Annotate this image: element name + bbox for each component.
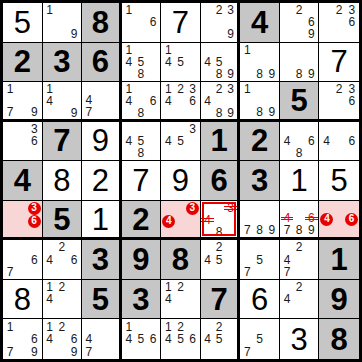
cell-r2c1[interactable]: 2: [3, 43, 43, 83]
pencil-mark: 4: [44, 293, 56, 305]
pencil-mark: 8: [293, 224, 305, 236]
pencil-mark: 1: [241, 83, 253, 95]
cell-r3c5[interactable]: 12346: [161, 82, 201, 122]
cell-r5c4[interactable]: 7: [122, 161, 162, 201]
pencil-marks: 12346: [162, 83, 199, 118]
solved-digit: 5: [14, 7, 31, 38]
solved-digit: 3: [291, 324, 308, 355]
pencil-marks: 468: [281, 123, 318, 160]
given-digit: 8: [92, 7, 109, 38]
pencil-marks: 34: [162, 202, 199, 237]
solved-digit: 2: [92, 165, 109, 196]
cell-r2c9[interactable]: 7: [319, 43, 359, 83]
pencil-marks: 345: [162, 123, 199, 160]
pencil-mark: 4: [320, 135, 333, 147]
cell-r5c5[interactable]: 9: [161, 161, 201, 201]
pencil-mark: 4: [44, 254, 56, 266]
given-digit: 5: [53, 204, 70, 235]
pencil-mark: 1: [162, 44, 174, 56]
cell-r8c4[interactable]: 3: [122, 280, 162, 320]
circled-candidate: 6: [345, 213, 358, 226]
pencil-marks: 348: [202, 202, 237, 237]
given-digit: 2: [14, 46, 31, 77]
cell-r9c9[interactable]: 8: [319, 319, 359, 359]
pencil-marks: 236: [320, 83, 358, 118]
solved-digit: 1: [291, 165, 308, 196]
cell-r6c1[interactable]: 36: [3, 201, 43, 241]
cell-r7c4[interactable]: 9: [122, 240, 162, 280]
pencil-marks: 1458: [123, 44, 160, 81]
cell-r9c6[interactable]: 245: [201, 319, 241, 359]
pencil-mark: 2: [293, 241, 305, 253]
pencil-mark: 3: [225, 83, 237, 95]
pencil-mark: 9: [305, 28, 317, 40]
pencil-mark: 7: [4, 266, 16, 278]
cell-r5c2[interactable]: 8: [43, 161, 83, 201]
pencil-mark: 2: [213, 4, 225, 16]
pencil-marks: 247: [281, 241, 318, 278]
pencil-mark: 1: [44, 320, 56, 333]
pencil-mark: 8: [135, 147, 147, 159]
pencil-marks: 16: [123, 4, 160, 41]
pencil-mark: 1: [123, 44, 135, 56]
pencil-mark: 8: [254, 106, 266, 118]
pencil-mark: 4: [123, 135, 135, 147]
cell-r8c6[interactable]: 7: [201, 280, 241, 320]
cell-r8c3[interactable]: 5: [82, 280, 122, 320]
cell-r9c1[interactable]: 1679: [3, 319, 43, 359]
solved-digit: 1: [92, 204, 109, 235]
circled-candidate: 3: [28, 202, 41, 215]
circled-candidate-digit: 6: [345, 213, 358, 226]
solved-digit: 6: [251, 284, 268, 315]
cell-r2c2[interactable]: 3: [43, 43, 83, 83]
pencil-mark: 2: [56, 320, 68, 333]
cell-r1c3[interactable]: 8: [82, 3, 122, 43]
pencil-mark: 6: [147, 16, 159, 28]
cell-r8c7[interactable]: 6: [240, 280, 280, 320]
given-digit: 6: [210, 165, 227, 196]
pencil-mark: 4: [281, 135, 293, 147]
solved-digit: 8: [14, 284, 31, 315]
pencil-mark: 7: [241, 224, 253, 236]
cell-r3c1[interactable]: 179: [3, 82, 43, 122]
given-digit: 6: [92, 46, 109, 77]
solved-digit: 7: [172, 7, 189, 38]
cell-r5c1[interactable]: 4: [3, 161, 43, 201]
cell-r8c2[interactable]: 124: [43, 280, 83, 320]
pencil-mark: 9: [305, 224, 317, 236]
cell-r4c4[interactable]: 458: [122, 122, 162, 162]
pencil-mark: 4: [44, 333, 56, 346]
pencil-mark: 8: [213, 68, 225, 80]
pencil-mark: 5: [174, 333, 186, 346]
pencil-marks: 46: [320, 202, 358, 237]
pencil-marks: 19: [44, 4, 81, 41]
given-digit: 1: [210, 125, 227, 156]
cell-r2c8[interactable]: 89: [280, 43, 320, 83]
pencil-mark: 4: [281, 254, 293, 266]
cell-r1c2[interactable]: 19: [43, 3, 83, 43]
pencil-mark: 6: [28, 333, 40, 346]
pencil-mark: 4: [162, 135, 174, 147]
pencil-marks: 245: [202, 241, 237, 278]
cell-r7c2[interactable]: 246: [43, 240, 83, 280]
pencil-mark: 6: [187, 333, 199, 346]
pencil-mark: 2: [213, 320, 225, 333]
pencil-mark: 9: [28, 345, 40, 358]
pencil-marks: 89: [281, 44, 318, 81]
eliminated-candidate: 3: [225, 202, 237, 214]
pencil-marks: 23489: [202, 83, 237, 118]
pencil-mark: 8: [213, 107, 225, 119]
given-digit: 7: [210, 284, 227, 315]
pencil-mark: 6: [305, 135, 317, 147]
cell-r1c9[interactable]: 236: [319, 3, 359, 43]
cell-r4c2[interactable]: 7: [43, 122, 83, 162]
pencil-marks: 189: [241, 44, 278, 81]
pencil-mark: 1: [4, 320, 16, 333]
pencil-mark: 5: [174, 135, 186, 147]
circled-candidate: 4: [320, 213, 333, 226]
pencil-mark: 7: [83, 106, 95, 118]
cell-r7c5[interactable]: 8: [161, 240, 201, 280]
pencil-marks: 12456: [162, 320, 199, 358]
cell-r3c3[interactable]: 47: [82, 82, 122, 122]
pencil-mark: 6: [345, 95, 358, 107]
cell-r5c6[interactable]: 6: [201, 161, 241, 201]
pencil-mark: 9: [305, 68, 317, 80]
pencil-mark: 7: [281, 224, 293, 236]
pencil-marks: 189: [241, 83, 278, 118]
pencil-mark: 2: [213, 83, 225, 95]
pencil-mark: 1: [162, 320, 174, 333]
circled-candidate: 4: [162, 215, 175, 228]
pencil-mark: 6: [147, 333, 159, 346]
pencil-mark: 9: [28, 106, 40, 118]
pencil-marks: 46789: [281, 202, 318, 237]
given-digit: 5: [291, 85, 308, 116]
cell-r2c7[interactable]: 189: [240, 43, 280, 83]
cell-r2c4[interactable]: 1458: [122, 43, 162, 83]
given-digit: 1: [331, 244, 348, 275]
given-digit: 3: [251, 165, 268, 196]
pencil-mark: 4: [123, 333, 135, 346]
circled-candidate-digit: 6: [28, 215, 41, 228]
pencil-mark: 4: [281, 293, 293, 305]
pencil-mark: 8: [254, 68, 266, 80]
cell-r5c7[interactable]: 3: [240, 161, 280, 201]
pencil-marks: 1456: [123, 320, 160, 358]
solved-digit: 7: [331, 46, 348, 77]
given-digit: 5: [92, 284, 109, 315]
given-digit: 8: [172, 244, 189, 275]
pencil-marks: 179: [4, 83, 41, 118]
pencil-mark: 8: [293, 68, 305, 80]
pencil-mark: 9: [225, 107, 237, 119]
pencil-mark: 9: [225, 28, 237, 40]
cell-r3c9[interactable]: 236: [319, 82, 359, 122]
solved-digit: 8: [53, 165, 70, 196]
pencil-mark: 6: [187, 95, 199, 107]
cell-r2c5[interactable]: 145: [161, 43, 201, 83]
pencil-mark: 6: [147, 95, 159, 107]
pencil-marks: 245: [202, 320, 237, 358]
pencil-mark: 9: [68, 345, 80, 358]
cell-r6c2[interactable]: 5: [43, 201, 83, 241]
pencil-mark: 4: [162, 95, 174, 107]
pencil-mark: 2: [56, 281, 68, 293]
cell-r6c8[interactable]: 46789: [280, 201, 320, 241]
pencil-mark: 1: [241, 44, 253, 56]
pencil-mark: 9: [266, 106, 278, 118]
pencil-marks: 458: [123, 123, 160, 160]
cell-r4c7[interactable]: 2: [240, 122, 280, 162]
cell-r7c8[interactable]: 247: [280, 240, 320, 280]
circled-candidate-digit: 4: [320, 213, 333, 226]
pencil-marks: 47: [83, 320, 118, 358]
pencil-mark: 9: [266, 224, 278, 236]
pencil-marks: 4589: [202, 44, 237, 81]
pencil-mark: 4: [202, 254, 214, 266]
cell-r7c6[interactable]: 245: [201, 240, 241, 280]
pencil-mark: 7: [241, 266, 253, 278]
pencil-mark: 6: [68, 254, 80, 266]
solved-digit: 9: [92, 125, 109, 156]
solved-digit: 5: [331, 165, 348, 196]
cell-r8c1[interactable]: 8: [3, 280, 43, 320]
pencil-marks: 239: [202, 4, 237, 41]
cell-r4c1[interactable]: 36: [3, 122, 43, 162]
cell-r3c2[interactable]: 149: [43, 82, 83, 122]
cell-r5c9[interactable]: 5: [319, 161, 359, 201]
pencil-mark: 4: [202, 56, 214, 68]
cell-r6c9[interactable]: 46: [319, 201, 359, 241]
cell-r6c3[interactable]: 1: [82, 201, 122, 241]
pencil-marks: 789: [241, 202, 278, 237]
pencil-mark: 8: [293, 147, 305, 159]
pencil-mark: 2: [174, 281, 186, 293]
eliminated-candidate: 4: [202, 214, 214, 226]
cell-r3c8[interactable]: 5: [280, 82, 320, 122]
circled-candidate-digit: 4: [162, 215, 175, 228]
circled-candidate-digit: 3: [28, 202, 41, 215]
solved-digit: 7: [132, 165, 149, 196]
pencil-marks: 124: [44, 281, 81, 318]
cell-r8c5[interactable]: 124: [161, 280, 201, 320]
pencil-marks: 47: [83, 83, 118, 118]
given-digit: 3: [92, 244, 109, 275]
cell-r3c4[interactable]: 1468: [122, 82, 162, 122]
pencil-mark: 4: [162, 293, 174, 305]
pencil-mark: 7: [281, 266, 293, 278]
cell-r9c8[interactable]: 3: [280, 319, 320, 359]
pencil-mark: 1: [4, 83, 16, 95]
cell-r1c4[interactable]: 16: [122, 3, 162, 43]
solved-digit: 9: [172, 165, 189, 196]
cell-r1c5[interactable]: 7: [161, 3, 201, 43]
pencil-mark: 6: [345, 135, 358, 147]
pencil-marks: 57: [241, 241, 278, 278]
pencil-mark: 5: [213, 333, 225, 346]
circled-candidate: 6: [28, 215, 41, 228]
pencil-mark: 4: [202, 95, 214, 107]
pencil-mark: 6: [28, 135, 40, 147]
pencil-mark: 4: [44, 95, 56, 107]
given-digit: 3: [132, 284, 149, 315]
pencil-mark: 2: [213, 241, 225, 253]
pencil-marks: 236: [320, 4, 358, 41]
pencil-mark: 4: [162, 333, 174, 346]
pencil-mark: 1: [44, 4, 56, 16]
pencil-mark: 1: [123, 4, 135, 16]
pencil-marks: 1468: [123, 83, 160, 118]
pencil-mark: 2: [174, 83, 186, 95]
pencil-marks: 12469: [44, 320, 81, 358]
pencil-mark: 8: [254, 224, 266, 236]
pencil-mark: 5: [135, 333, 147, 346]
given-digit: 8: [331, 324, 348, 355]
pencil-marks: 124: [162, 281, 199, 318]
pencil-mark: 2: [56, 241, 68, 253]
pencil-marks: 46: [320, 123, 358, 160]
pencil-mark: 2: [293, 281, 305, 293]
pencil-mark: 6: [28, 254, 40, 266]
cell-r4c8[interactable]: 468: [280, 122, 320, 162]
pencil-mark: 6: [345, 16, 358, 28]
pencil-marks: 36: [4, 202, 41, 237]
pencil-mark: 7: [4, 106, 16, 118]
pencil-mark: 1: [123, 320, 135, 333]
cell-r2c6[interactable]: 4589: [201, 43, 241, 83]
cell-r1c6[interactable]: 239: [201, 3, 241, 43]
pencil-mark: 2: [174, 320, 186, 333]
pencil-mark: 9: [68, 28, 80, 40]
cell-r9c4[interactable]: 1456: [122, 319, 162, 359]
pencil-marks: 24: [281, 281, 318, 318]
given-digit: 9: [331, 284, 348, 315]
cell-r1c7[interactable]: 4: [240, 3, 280, 43]
pencil-mark: 5: [254, 333, 266, 346]
cell-r6c4[interactable]: 2: [122, 201, 162, 241]
pencil-mark: 2: [333, 83, 346, 95]
cell-r9c2[interactable]: 12469: [43, 319, 83, 359]
cell-r5c8[interactable]: 1: [280, 161, 320, 201]
pencil-marks: 145: [162, 44, 199, 81]
cell-r7c7[interactable]: 57: [240, 240, 280, 280]
cell-r9c7[interactable]: 57: [240, 319, 280, 359]
pencil-mark: 4: [162, 56, 174, 68]
cell-r5c3[interactable]: 2: [82, 161, 122, 201]
pencil-marks: 1679: [4, 320, 41, 358]
pencil-mark: 9: [266, 68, 278, 80]
pencil-mark: 3: [225, 4, 237, 16]
pencil-marks: 269: [281, 4, 318, 41]
pencil-mark: 9: [68, 107, 80, 119]
pencil-marks: 57: [241, 320, 278, 358]
pencil-mark: 7: [83, 345, 95, 358]
pencil-mark: 4: [123, 95, 135, 107]
circled-candidate: 3: [186, 202, 199, 215]
cell-r6c5[interactable]: 34: [161, 201, 201, 241]
cell-r9c5[interactable]: 12456: [161, 319, 201, 359]
cell-r8c8[interactable]: 24: [280, 280, 320, 320]
pencil-mark: 8: [135, 107, 147, 119]
given-digit: 2: [132, 204, 149, 235]
pencil-mark: 8: [213, 226, 225, 238]
pencil-mark: 7: [4, 345, 16, 358]
cell-r6c6[interactable]: 348: [201, 201, 241, 241]
pencil-marks: 246: [44, 241, 81, 278]
pencil-mark: 5: [174, 56, 186, 68]
pencil-mark: 6: [68, 333, 80, 346]
pencil-mark: 5: [254, 254, 266, 266]
cell-r8c9[interactable]: 9: [319, 280, 359, 320]
pencil-mark: 3: [187, 123, 199, 135]
cell-r7c3[interactable]: 3: [82, 240, 122, 280]
pencil-marks: 149: [44, 83, 81, 118]
pencil-mark: 4: [202, 333, 214, 346]
pencil-mark: 5: [213, 254, 225, 266]
cell-r3c7[interactable]: 189: [240, 82, 280, 122]
pencil-mark: 9: [225, 68, 237, 80]
cell-r4c6[interactable]: 1: [201, 122, 241, 162]
given-digit: 4: [251, 7, 268, 38]
cell-r9c3[interactable]: 47: [82, 319, 122, 359]
given-digit: 2: [251, 125, 268, 156]
given-digit: 7: [53, 125, 70, 156]
pencil-mark: 4: [123, 56, 135, 68]
pencil-mark: 2: [333, 4, 346, 16]
cell-r4c3[interactable]: 9: [82, 122, 122, 162]
pencil-marks: 36: [4, 123, 41, 160]
cell-r1c1[interactable]: 5: [3, 3, 43, 43]
cell-r7c9[interactable]: 1: [319, 240, 359, 280]
cell-r6c7[interactable]: 789: [240, 201, 280, 241]
cell-r7c1[interactable]: 67: [3, 240, 43, 280]
given-digit: 4: [14, 165, 31, 196]
pencil-marks: 67: [4, 241, 41, 278]
circled-candidate-digit: 3: [186, 202, 199, 215]
pencil-mark: 7: [241, 345, 253, 358]
cell-r1c8[interactable]: 269: [280, 3, 320, 43]
pencil-mark: 8: [135, 68, 147, 80]
given-digit: 3: [53, 46, 70, 77]
pencil-mark: 2: [293, 4, 305, 16]
cell-r3c6[interactable]: 23489: [201, 82, 241, 122]
pencil-mark: 4: [83, 333, 95, 346]
given-digit: 9: [132, 244, 149, 275]
cell-r4c9[interactable]: 46: [319, 122, 359, 162]
cell-r2c3[interactable]: 6: [82, 43, 122, 83]
cell-r4c5[interactable]: 345: [161, 122, 201, 162]
sudoku-board: 5198167239426923623614581454589189897179…: [0, 0, 362, 362]
pencil-mark: 4: [83, 94, 95, 106]
